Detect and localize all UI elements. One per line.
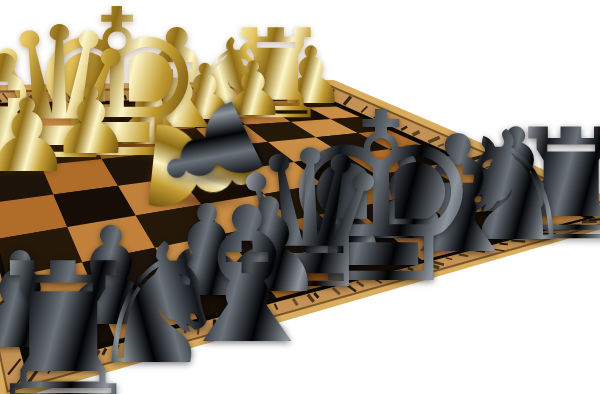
chessboard	[0, 0, 600, 394]
chess-set-photo: ♝♟♛♟♚♟♝♟♞♟♜♟♟♟♟♜♟♞♟♝♟♛♟♚♟♝♟♞♜	[0, 0, 600, 394]
